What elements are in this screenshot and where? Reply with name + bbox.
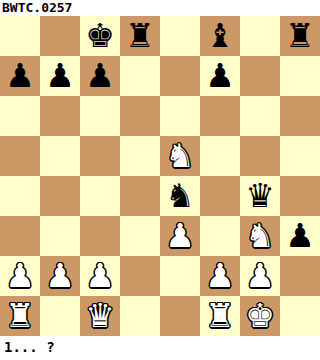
square-h8[interactable]: ♜ [280,16,320,56]
square-c6[interactable] [80,96,120,136]
square-d5[interactable] [120,136,160,176]
square-h3[interactable]: ♟ [280,216,320,256]
square-a5[interactable] [0,136,40,176]
square-c7[interactable]: ♟ [80,56,120,96]
piece-white-rook: ♜ [5,296,35,336]
piece-black-pawn: ♟ [205,56,235,96]
piece-black-pawn: ♟ [5,56,35,96]
square-h1[interactable] [280,296,320,336]
piece-black-pawn: ♟ [285,216,315,256]
square-c8[interactable]: ♚ [80,16,120,56]
square-a7[interactable]: ♟ [0,56,40,96]
square-d3[interactable] [120,216,160,256]
square-h7[interactable] [280,56,320,96]
square-c1[interactable]: ♛ [80,296,120,336]
square-e1[interactable] [160,296,200,336]
square-d2[interactable] [120,256,160,296]
piece-black-rook: ♜ [125,16,155,56]
square-f8[interactable]: ♝ [200,16,240,56]
puzzle-id: BWTC.0257 [0,0,320,16]
square-f6[interactable] [200,96,240,136]
square-d7[interactable] [120,56,160,96]
square-c5[interactable] [80,136,120,176]
piece-black-bishop: ♝ [205,16,235,56]
piece-white-queen: ♛ [85,296,115,336]
chess-board: ♚♜♝♜♟♟♟♟♞♞♛♟♞♟♟♟♟♟♟♜♛♜♚ [0,16,320,336]
square-a3[interactable] [0,216,40,256]
square-a8[interactable] [0,16,40,56]
square-e7[interactable] [160,56,200,96]
square-b2[interactable]: ♟ [40,256,80,296]
piece-black-king: ♚ [85,16,115,56]
square-b8[interactable] [40,16,80,56]
square-g5[interactable] [240,136,280,176]
square-h2[interactable] [280,256,320,296]
piece-white-knight: ♞ [165,136,195,176]
square-d6[interactable] [120,96,160,136]
square-b1[interactable] [40,296,80,336]
square-a6[interactable] [0,96,40,136]
square-f1[interactable]: ♜ [200,296,240,336]
square-g4[interactable]: ♛ [240,176,280,216]
square-f7[interactable]: ♟ [200,56,240,96]
square-b3[interactable] [40,216,80,256]
square-c2[interactable]: ♟ [80,256,120,296]
move-prompt: 1... ? [0,336,320,360]
square-d8[interactable]: ♜ [120,16,160,56]
square-f4[interactable] [200,176,240,216]
piece-black-rook: ♜ [285,16,315,56]
piece-black-pawn: ♟ [45,56,75,96]
square-f3[interactable] [200,216,240,256]
square-b4[interactable] [40,176,80,216]
piece-white-pawn: ♟ [5,256,35,296]
piece-white-pawn: ♟ [165,216,195,256]
piece-white-pawn: ♟ [245,256,275,296]
square-b6[interactable] [40,96,80,136]
square-g6[interactable] [240,96,280,136]
square-g7[interactable] [240,56,280,96]
piece-white-pawn: ♟ [205,256,235,296]
square-d1[interactable] [120,296,160,336]
square-h5[interactable] [280,136,320,176]
square-c3[interactable] [80,216,120,256]
piece-white-pawn: ♟ [85,256,115,296]
piece-white-knight: ♞ [245,216,275,256]
square-e6[interactable] [160,96,200,136]
square-a1[interactable]: ♜ [0,296,40,336]
square-b7[interactable]: ♟ [40,56,80,96]
square-h4[interactable] [280,176,320,216]
square-c4[interactable] [80,176,120,216]
square-d4[interactable] [120,176,160,216]
piece-white-pawn: ♟ [45,256,75,296]
square-e3[interactable]: ♟ [160,216,200,256]
square-b5[interactable] [40,136,80,176]
square-e2[interactable] [160,256,200,296]
square-a4[interactable] [0,176,40,216]
square-a2[interactable]: ♟ [0,256,40,296]
chess-puzzle-screen: BWTC.0257 ♚♜♝♜♟♟♟♟♞♞♛♟♞♟♟♟♟♟♟♜♛♜♚ 1... ? [0,0,320,360]
piece-black-knight: ♞ [165,176,195,216]
square-e5[interactable]: ♞ [160,136,200,176]
square-g2[interactable]: ♟ [240,256,280,296]
piece-black-queen: ♛ [245,176,275,216]
square-f5[interactable] [200,136,240,176]
piece-white-rook: ♜ [205,296,235,336]
piece-white-king: ♚ [245,296,275,336]
square-g8[interactable] [240,16,280,56]
square-e4[interactable]: ♞ [160,176,200,216]
square-f2[interactable]: ♟ [200,256,240,296]
square-g1[interactable]: ♚ [240,296,280,336]
square-g3[interactable]: ♞ [240,216,280,256]
square-e8[interactable] [160,16,200,56]
square-h6[interactable] [280,96,320,136]
piece-black-pawn: ♟ [85,56,115,96]
